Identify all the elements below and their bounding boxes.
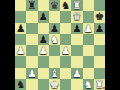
square-d3[interactable] [49, 56, 60, 67]
square-h7[interactable]: ♚ [94, 11, 105, 22]
square-f3[interactable] [71, 56, 82, 67]
square-e4[interactable]: ♟ [60, 45, 71, 56]
piece-bP-h6[interactable]: ♟ [94, 23, 105, 34]
piece-bP-a6[interactable]: ♟ [15, 23, 26, 34]
letterbox-left [0, 0, 15, 90]
square-e7[interactable] [60, 11, 71, 22]
square-c7[interactable]: ♟ [38, 11, 49, 22]
square-b4[interactable] [26, 45, 37, 56]
square-b8[interactable]: ♜ [26, 0, 37, 11]
piece-bR-b8[interactable]: ♜ [26, 0, 37, 11]
square-a1[interactable]: ♞ [15, 79, 26, 90]
square-g1[interactable]: ♞ [83, 79, 94, 90]
piece-wN-g1[interactable]: ♞ [83, 79, 94, 90]
piece-bN-e8[interactable]: ♞ [60, 0, 71, 11]
piece-wP-g6[interactable]: ♟ [83, 23, 94, 34]
square-g7[interactable] [83, 11, 94, 22]
square-f5[interactable] [71, 34, 82, 45]
square-e8[interactable]: ♞ [60, 0, 71, 11]
square-b1[interactable] [26, 79, 37, 90]
square-d8[interactable]: ♛ [49, 0, 60, 11]
square-h4[interactable] [94, 45, 105, 56]
piece-wP-c4[interactable]: ♟ [38, 45, 49, 56]
piece-bQ-d8[interactable]: ♛ [49, 0, 60, 11]
square-h5[interactable] [94, 34, 105, 45]
piece-wN-d5[interactable]: ♞ [49, 34, 60, 45]
square-g8[interactable] [83, 0, 94, 11]
piece-wP-b2[interactable]: ♟ [26, 68, 37, 79]
piece-wP-f2[interactable]: ♟ [71, 68, 82, 79]
piece-bP-f6[interactable]: ♟ [71, 23, 82, 34]
square-c2[interactable] [38, 68, 49, 79]
square-f6[interactable]: ♟ [71, 23, 82, 34]
square-g3[interactable] [83, 56, 94, 67]
square-d4[interactable] [49, 45, 60, 56]
chess-board[interactable]: ♜♛♞♜♟♛♚♟♟♟♟♟♟♞♟♟♟♟♝♟♞♚♞♜ [15, 0, 105, 90]
square-c1[interactable] [38, 79, 49, 90]
square-b5[interactable] [26, 34, 37, 45]
square-g6[interactable]: ♟ [83, 23, 94, 34]
square-b6[interactable] [26, 23, 37, 34]
square-g5[interactable] [83, 34, 94, 45]
piece-wK-d1[interactable]: ♚ [49, 79, 60, 90]
piece-wP-a4[interactable]: ♟ [15, 45, 26, 56]
square-a8[interactable] [15, 0, 26, 11]
square-f7[interactable]: ♛ [71, 11, 82, 22]
app-window: ♜♛♞♜♟♛♚♟♟♟♟♟♟♞♟♟♟♟♝♟♞♚♞♜ [0, 0, 120, 90]
square-a6[interactable]: ♟ [15, 23, 26, 34]
square-d7[interactable] [49, 11, 60, 22]
square-f2[interactable]: ♟ [71, 68, 82, 79]
square-a7[interactable] [15, 11, 26, 22]
piece-bP-c7[interactable]: ♟ [38, 11, 49, 22]
square-g4[interactable] [83, 45, 94, 56]
piece-bK-h7[interactable]: ♚ [94, 11, 105, 22]
square-h6[interactable]: ♟ [94, 23, 105, 34]
square-e3[interactable] [60, 56, 71, 67]
square-a4[interactable]: ♟ [15, 45, 26, 56]
square-b7[interactable] [26, 11, 37, 22]
square-d5[interactable]: ♞ [49, 34, 60, 45]
square-a3[interactable] [15, 56, 26, 67]
square-e2[interactable] [60, 68, 71, 79]
square-c4[interactable]: ♟ [38, 45, 49, 56]
square-c3[interactable] [38, 56, 49, 67]
piece-bN-a1[interactable]: ♞ [15, 79, 26, 90]
piece-wP-e4[interactable]: ♟ [60, 45, 71, 56]
square-f4[interactable] [71, 45, 82, 56]
piece-wQ-f7[interactable]: ♛ [71, 11, 82, 22]
square-f1[interactable] [71, 79, 82, 90]
square-b2[interactable]: ♟ [26, 68, 37, 79]
square-b3[interactable] [26, 56, 37, 67]
square-d1[interactable]: ♚ [49, 79, 60, 90]
square-h3[interactable] [94, 56, 105, 67]
letterbox-right [105, 0, 120, 90]
square-e6[interactable] [60, 23, 71, 34]
square-e1[interactable] [60, 79, 71, 90]
